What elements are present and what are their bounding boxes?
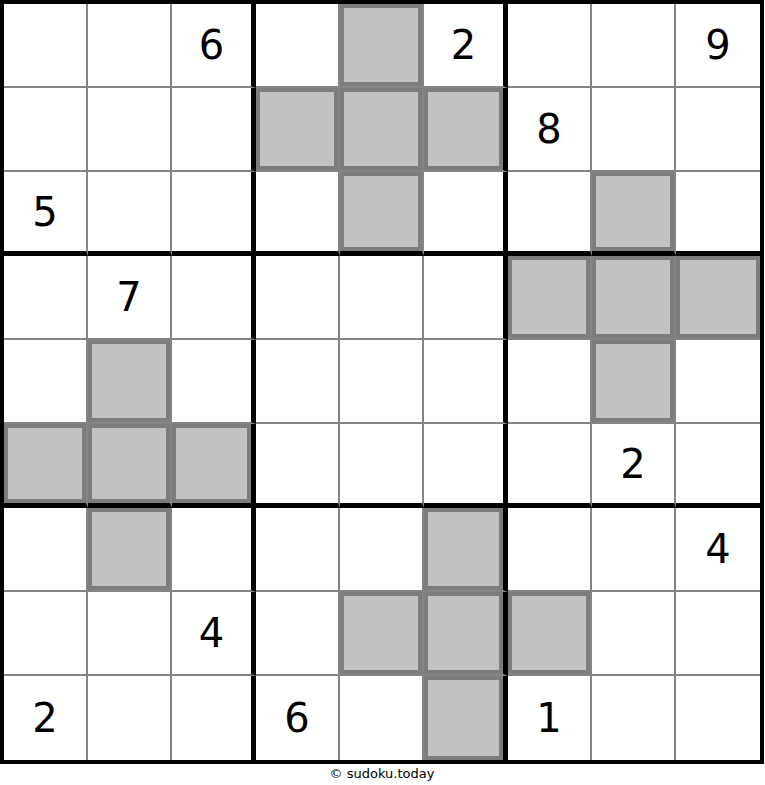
cell-r6c4[interactable] [256,424,340,508]
cell-r9c9[interactable] [676,676,760,760]
cell-r8c1[interactable] [4,592,88,676]
cell-r8c4[interactable] [256,592,340,676]
cell-r3c9[interactable] [676,172,760,256]
cell-r4c3[interactable] [172,256,256,340]
cell-r6c7[interactable] [508,424,592,508]
cell-r2c4[interactable] [256,88,340,172]
cell-r6c1[interactable] [4,424,88,508]
cell-r3c7[interactable] [508,172,592,256]
cell-r8c9[interactable] [676,592,760,676]
cell-r5c2[interactable] [88,340,172,424]
sudoku-puzzle-page: 629857244261 © sudoku.today [0,0,765,781]
cell-r7c2[interactable] [88,508,172,592]
cell-r8c3[interactable]: 4 [172,592,256,676]
cell-r2c2[interactable] [88,88,172,172]
copyright-text: © sudoku.today [330,766,435,781]
cell-r6c9[interactable] [676,424,760,508]
cell-r3c4[interactable] [256,172,340,256]
cell-r1c5[interactable] [340,4,424,88]
cell-r6c2[interactable] [88,424,172,508]
cell-r2c3[interactable] [172,88,256,172]
cell-r5c3[interactable] [172,340,256,424]
cell-r7c4[interactable] [256,508,340,592]
cell-r2c8[interactable] [592,88,676,172]
cell-r5c8[interactable] [592,340,676,424]
cell-r5c4[interactable] [256,340,340,424]
cell-r2c6[interactable] [424,88,508,172]
cell-r5c1[interactable] [4,340,88,424]
cell-r1c9[interactable]: 9 [676,4,760,88]
cell-r3c8[interactable] [592,172,676,256]
cell-r2c1[interactable] [4,88,88,172]
sudoku-board: 629857244261 [0,0,764,764]
cell-r1c2[interactable] [88,4,172,88]
cell-r7c3[interactable] [172,508,256,592]
cell-r9c8[interactable] [592,676,676,760]
cell-r2c9[interactable] [676,88,760,172]
cell-r5c5[interactable] [340,340,424,424]
cell-r4c9[interactable] [676,256,760,340]
cell-r4c5[interactable] [340,256,424,340]
cell-r8c5[interactable] [340,592,424,676]
cell-r5c6[interactable] [424,340,508,424]
cell-r2c5[interactable] [340,88,424,172]
cell-r4c4[interactable] [256,256,340,340]
cell-r4c6[interactable] [424,256,508,340]
cell-r9c4[interactable]: 6 [256,676,340,760]
cell-r3c5[interactable] [340,172,424,256]
cell-r1c1[interactable] [4,4,88,88]
cell-r3c6[interactable] [424,172,508,256]
cell-r8c2[interactable] [88,592,172,676]
cell-r7c6[interactable] [424,508,508,592]
cell-r5c7[interactable] [508,340,592,424]
cell-r6c8[interactable]: 2 [592,424,676,508]
cell-r9c7[interactable]: 1 [508,676,592,760]
cell-r8c8[interactable] [592,592,676,676]
cell-r3c3[interactable] [172,172,256,256]
cell-r1c6[interactable]: 2 [424,4,508,88]
cell-r5c9[interactable] [676,340,760,424]
cell-r4c2[interactable]: 7 [88,256,172,340]
cell-r7c1[interactable] [4,508,88,592]
cell-r8c7[interactable] [508,592,592,676]
cell-r1c3[interactable]: 6 [172,4,256,88]
cell-r4c1[interactable] [4,256,88,340]
cell-r8c6[interactable] [424,592,508,676]
copyright-footer: © sudoku.today [0,764,764,781]
cell-r3c1[interactable]: 5 [4,172,88,256]
cell-r9c1[interactable]: 2 [4,676,88,760]
cell-r4c8[interactable] [592,256,676,340]
cell-r1c7[interactable] [508,4,592,88]
cell-r6c3[interactable] [172,424,256,508]
cell-r1c8[interactable] [592,4,676,88]
cell-r7c7[interactable] [508,508,592,592]
cell-r4c7[interactable] [508,256,592,340]
cell-r7c9[interactable]: 4 [676,508,760,592]
cell-r6c5[interactable] [340,424,424,508]
cell-r2c7[interactable]: 8 [508,88,592,172]
cell-r9c2[interactable] [88,676,172,760]
cell-r7c5[interactable] [340,508,424,592]
cell-r9c3[interactable] [172,676,256,760]
cell-r6c6[interactable] [424,424,508,508]
cell-r9c5[interactable] [340,676,424,760]
cell-r3c2[interactable] [88,172,172,256]
cell-r9c6[interactable] [424,676,508,760]
cell-r1c4[interactable] [256,4,340,88]
cell-r7c8[interactable] [592,508,676,592]
